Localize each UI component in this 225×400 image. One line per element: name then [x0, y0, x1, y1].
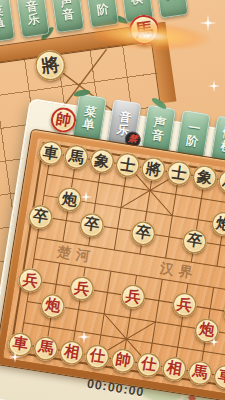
- piece-red-r[interactable]: 車: [212, 363, 225, 390]
- piece-black-k[interactable]: 將: [140, 155, 167, 182]
- piece-red-p[interactable]: 兵: [17, 267, 44, 294]
- menu-tile-3: 一阶: [85, 0, 119, 28]
- piece-red-b[interactable]: 相: [58, 338, 85, 365]
- tile-char: 单: [82, 118, 96, 133]
- piece-red-p[interactable]: 兵: [222, 299, 225, 326]
- menu-tile-2: 声音: [50, 0, 84, 33]
- piece-red-p[interactable]: 兵: [119, 283, 146, 310]
- piece-red-a[interactable]: 仕: [84, 342, 111, 369]
- piece-red-b[interactable]: 相: [161, 355, 188, 382]
- piece-red-p[interactable]: 兵: [68, 275, 95, 302]
- piece-black-p[interactable]: 卒: [27, 203, 54, 230]
- piece-red-r[interactable]: 車: [7, 330, 34, 357]
- piece-black-r[interactable]: 車: [37, 139, 64, 166]
- piece-black-a[interactable]: 士: [114, 151, 141, 178]
- tile-char: 乐: [27, 12, 41, 27]
- game-board-card: 菜单音乐禁声音一阶悔棋 楚河 汉界 車馬象士將: [0, 98, 225, 400]
- piece-black-n[interactable]: 馬: [217, 168, 225, 195]
- tile-char: 音: [151, 129, 165, 144]
- tile-char: 单: [0, 17, 6, 32]
- tile-char: 棋: [220, 140, 225, 155]
- piece-red-n[interactable]: 馬: [32, 334, 59, 361]
- piece-black-c[interactable]: 炮: [210, 210, 225, 237]
- tile-char: 阶: [185, 134, 199, 149]
- piece-red-c[interactable]: 炮: [39, 292, 66, 319]
- tile-char: 音: [62, 8, 76, 23]
- piece-red-k[interactable]: 帥: [109, 347, 136, 374]
- piece-red-a[interactable]: 仕: [135, 351, 162, 378]
- piece-black-a[interactable]: 士: [165, 160, 192, 187]
- piece-black-p[interactable]: 卒: [181, 227, 208, 254]
- piece-red-p[interactable]: 兵: [171, 291, 198, 318]
- menu-tile-0: 菜单: [0, 0, 15, 43]
- piece-black-b[interactable]: 象: [191, 164, 218, 191]
- piece-black-b[interactable]: 象: [88, 147, 115, 174]
- piece-black-n[interactable]: 馬: [63, 143, 90, 170]
- tile-char: 光: [165, 0, 179, 1]
- tile-char: 阶: [96, 3, 110, 18]
- piece-black-p[interactable]: 卒: [78, 211, 105, 238]
- piece-red-c[interactable]: 炮: [193, 316, 220, 343]
- tile-char: 棋: [130, 0, 144, 6]
- menu-tile-1: 音乐: [16, 0, 50, 38]
- piece-layer: 車馬象士將士象馬車炮炮卒卒卒卒卒兵兵兵兵兵炮炮車馬相仕帥仕相馬車: [0, 130, 225, 400]
- piece-black-p[interactable]: 卒: [130, 219, 157, 246]
- app-screen: 菜单音乐声音一阶棋光 將 馬 楚河 菜单音乐禁声音一阶悔棋: [0, 0, 225, 400]
- piece-black-c[interactable]: 炮: [56, 186, 83, 213]
- xiangqi-board[interactable]: 楚河 汉界 車馬象士將士象馬車炮炮卒卒卒卒卒兵兵兵兵兵炮炮車馬相仕帥仕相馬車: [0, 129, 225, 400]
- piece-red-n[interactable]: 馬: [186, 359, 213, 386]
